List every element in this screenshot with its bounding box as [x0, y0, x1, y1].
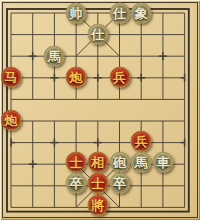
pieces-layer: 帅仕象仕馬马炮兵炮兵士相砲馬車卒士卒將 — [0, 0, 200, 220]
piece-olive-soldier[interactable]: 卒 — [66, 173, 87, 194]
piece-olive-advisor[interactable]: 仕 — [87, 24, 108, 45]
piece-olive-cannon[interactable]: 砲 — [109, 152, 130, 173]
piece-olive-advisor[interactable]: 仕 — [109, 3, 130, 24]
piece-red-cannon[interactable]: 炮 — [1, 109, 22, 130]
piece-olive-general[interactable]: 帅 — [66, 3, 87, 24]
piece-red-cannon[interactable]: 炮 — [66, 66, 87, 87]
piece-olive-soldier[interactable]: 卒 — [109, 173, 130, 194]
piece-olive-horse[interactable]: 馬 — [131, 152, 152, 173]
piece-red-elephant[interactable]: 相 — [87, 152, 108, 173]
piece-olive-chariot[interactable]: 車 — [152, 152, 173, 173]
piece-red-soldier[interactable]: 兵 — [109, 66, 130, 87]
piece-red-general[interactable]: 將 — [87, 194, 108, 215]
piece-red-advisor[interactable]: 士 — [87, 173, 108, 194]
piece-red-horse[interactable]: 马 — [1, 66, 22, 87]
xiangqi-board[interactable]: 帅仕象仕馬马炮兵炮兵士相砲馬車卒士卒將 — [0, 0, 200, 220]
piece-olive-horse[interactable]: 馬 — [44, 45, 65, 66]
piece-olive-elephant[interactable]: 象 — [131, 3, 152, 24]
piece-red-soldier[interactable]: 兵 — [131, 130, 152, 151]
piece-red-advisor[interactable]: 士 — [66, 152, 87, 173]
